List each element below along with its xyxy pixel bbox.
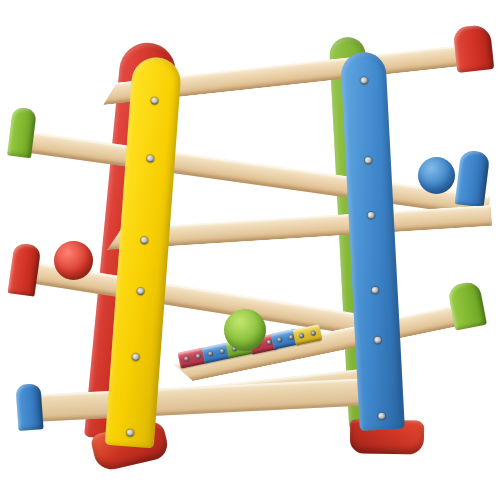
screw-icon <box>365 157 372 164</box>
screw-icon <box>151 97 158 104</box>
key-pin-icon <box>299 333 305 339</box>
screw-icon <box>126 429 133 436</box>
ball-track-toy-photo <box>0 0 500 500</box>
screw-icon <box>367 212 374 219</box>
screw-icon <box>371 287 378 294</box>
blue-ball <box>418 157 455 194</box>
screw-icon <box>132 353 139 360</box>
key-pin-icon <box>195 353 201 359</box>
key-pin-icon <box>184 356 190 362</box>
screw-icon <box>141 237 148 244</box>
screw-icon <box>137 288 144 295</box>
key-pin-icon <box>219 348 225 354</box>
screw-icon <box>378 413 385 420</box>
screw-icon <box>374 337 381 344</box>
screw-icon <box>147 155 154 162</box>
green-ball <box>224 309 266 351</box>
red-cap-top-right <box>453 24 495 73</box>
screw-icon <box>360 77 367 84</box>
key-pin-icon <box>277 337 283 343</box>
red-ball <box>54 241 93 280</box>
key-pin-icon <box>310 330 316 336</box>
key-pin-icon <box>208 351 214 357</box>
red-cap-middle-left <box>8 242 42 296</box>
blue-cap-bottom-left <box>15 383 43 431</box>
